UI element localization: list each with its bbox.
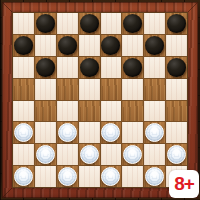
board-square[interactable]: [79, 13, 100, 34]
checker-piece-black[interactable]: [36, 14, 55, 33]
checker-piece-white[interactable]: [80, 145, 99, 164]
board-square[interactable]: [57, 35, 78, 56]
checker-piece-black[interactable]: [123, 58, 142, 77]
board-square[interactable]: [166, 13, 187, 34]
board-square[interactable]: [122, 57, 143, 78]
board-square[interactable]: [166, 35, 187, 56]
board-square[interactable]: [101, 57, 122, 78]
board-square[interactable]: [35, 166, 56, 187]
checker-piece-black[interactable]: [14, 36, 33, 55]
board-square[interactable]: [13, 79, 34, 100]
board-square[interactable]: [166, 79, 187, 100]
board-square[interactable]: [35, 122, 56, 143]
board-square[interactable]: [144, 79, 165, 100]
board-square[interactable]: [122, 13, 143, 34]
board-square[interactable]: [101, 79, 122, 100]
board-square[interactable]: [166, 122, 187, 143]
checker-piece-white[interactable]: [58, 123, 77, 142]
checker-piece-white[interactable]: [14, 167, 33, 186]
board-square[interactable]: [122, 101, 143, 122]
board-square[interactable]: [79, 122, 100, 143]
checker-piece-white[interactable]: [14, 123, 33, 142]
board-square[interactable]: [101, 166, 122, 187]
checker-piece-black[interactable]: [101, 36, 120, 55]
board-square[interactable]: [144, 166, 165, 187]
board-square[interactable]: [144, 101, 165, 122]
board-square[interactable]: [35, 144, 56, 165]
checker-piece-black[interactable]: [80, 58, 99, 77]
board-square[interactable]: [101, 13, 122, 34]
checker-piece-black[interactable]: [145, 36, 164, 55]
board-square[interactable]: [79, 144, 100, 165]
checker-piece-white[interactable]: [58, 167, 77, 186]
board-square[interactable]: [101, 101, 122, 122]
board-square[interactable]: [35, 35, 56, 56]
board-square[interactable]: [57, 122, 78, 143]
age-rating-badge: 8+: [169, 170, 199, 198]
board-square[interactable]: [144, 57, 165, 78]
board-square[interactable]: [57, 57, 78, 78]
board-square[interactable]: [57, 166, 78, 187]
board-square[interactable]: [166, 57, 187, 78]
board-square[interactable]: [166, 101, 187, 122]
board-square[interactable]: [57, 144, 78, 165]
checker-piece-white[interactable]: [101, 167, 120, 186]
checkers-board[interactable]: [12, 12, 188, 188]
board-square[interactable]: [35, 13, 56, 34]
checker-piece-black[interactable]: [167, 58, 186, 77]
board-square[interactable]: [101, 144, 122, 165]
checker-piece-white[interactable]: [167, 145, 186, 164]
board-square[interactable]: [57, 13, 78, 34]
board-square[interactable]: [144, 122, 165, 143]
board-square[interactable]: [79, 35, 100, 56]
board-square[interactable]: [79, 166, 100, 187]
board-square[interactable]: [13, 166, 34, 187]
board-square[interactable]: [144, 144, 165, 165]
board-square[interactable]: [79, 101, 100, 122]
age-rating-label: 8+: [174, 173, 194, 195]
checkers-app-screen: 8+: [0, 0, 200, 200]
board-square[interactable]: [13, 122, 34, 143]
board-square[interactable]: [144, 13, 165, 34]
board-square[interactable]: [101, 35, 122, 56]
checker-piece-black[interactable]: [167, 14, 186, 33]
checker-piece-black[interactable]: [36, 58, 55, 77]
board-square[interactable]: [35, 57, 56, 78]
board-square[interactable]: [122, 35, 143, 56]
checker-piece-black[interactable]: [58, 36, 77, 55]
board-square[interactable]: [144, 35, 165, 56]
checker-piece-white[interactable]: [123, 145, 142, 164]
board-square[interactable]: [79, 57, 100, 78]
board-square[interactable]: [57, 101, 78, 122]
board-square[interactable]: [13, 101, 34, 122]
board-square[interactable]: [13, 35, 34, 56]
board-square[interactable]: [35, 79, 56, 100]
board-square[interactable]: [122, 122, 143, 143]
checker-piece-white[interactable]: [145, 167, 164, 186]
checker-piece-black[interactable]: [123, 14, 142, 33]
board-square[interactable]: [79, 79, 100, 100]
board-square[interactable]: [122, 166, 143, 187]
board-square[interactable]: [122, 144, 143, 165]
board-square[interactable]: [57, 79, 78, 100]
checker-piece-black[interactable]: [80, 14, 99, 33]
board-square[interactable]: [13, 144, 34, 165]
checker-piece-white[interactable]: [36, 145, 55, 164]
checker-piece-white[interactable]: [101, 123, 120, 142]
board-square[interactable]: [101, 122, 122, 143]
board-square[interactable]: [166, 144, 187, 165]
checker-piece-white[interactable]: [145, 123, 164, 142]
board-square[interactable]: [13, 13, 34, 34]
board-square[interactable]: [35, 101, 56, 122]
board-square[interactable]: [122, 79, 143, 100]
board-square[interactable]: [13, 57, 34, 78]
